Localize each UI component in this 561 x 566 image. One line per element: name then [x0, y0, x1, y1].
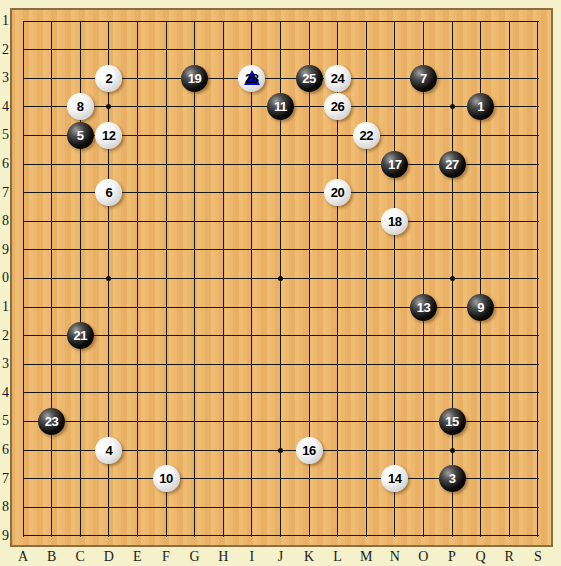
- move-number: 21: [73, 328, 86, 343]
- column-label: I: [242, 549, 262, 564]
- stone-white-22-M5: 22: [353, 122, 380, 149]
- stone-white-12-D5: 12: [95, 122, 122, 149]
- move-number: 12: [102, 128, 115, 143]
- move-number: 8: [77, 99, 84, 114]
- move-number: 6: [105, 185, 112, 200]
- stone-white-4-D16: 4: [95, 437, 122, 464]
- grid-line-horizontal: [23, 21, 539, 22]
- grid-line-vertical: [537, 21, 538, 537]
- stone-black-15-P15: 15: [439, 408, 466, 435]
- grid-line-horizontal: [23, 49, 539, 50]
- grid-line-vertical: [223, 21, 224, 537]
- row-label: 3: [0, 70, 11, 86]
- row-label: 8: [0, 213, 11, 229]
- row-label: 8: [0, 499, 11, 515]
- column-label: C: [70, 549, 90, 564]
- row-label: 1: [0, 13, 11, 29]
- column-label: A: [13, 549, 33, 564]
- column-label: K: [299, 549, 319, 564]
- stone-black-21-C12: 21: [67, 322, 94, 349]
- star-point: [450, 104, 455, 109]
- column-label: G: [185, 549, 205, 564]
- row-label: 1: [0, 299, 11, 315]
- move-number: 16: [302, 443, 315, 458]
- stone-white-8-C4: 8: [67, 93, 94, 120]
- stone-black-17-N6: 17: [381, 151, 408, 178]
- stone-black-25-K3: 25: [296, 65, 323, 92]
- row-label: 5: [0, 413, 11, 429]
- column-label: Q: [471, 549, 491, 564]
- stone-black-7-O3: 7: [410, 65, 437, 92]
- grid-line-vertical: [166, 21, 167, 537]
- stone-white-24-L3: 24: [324, 65, 351, 92]
- row-label: 7: [0, 185, 11, 201]
- star-point: [278, 448, 283, 453]
- column-label: R: [499, 549, 519, 564]
- grid-line-horizontal: [23, 335, 539, 336]
- move-number: 7: [420, 71, 427, 86]
- stone-white-2-D3: 2: [95, 65, 122, 92]
- row-label: 6: [0, 442, 11, 458]
- move-number: 4: [105, 443, 112, 458]
- grid-line-vertical: [194, 21, 195, 537]
- grid-line-vertical: [509, 21, 510, 537]
- row-label: 6: [0, 156, 11, 172]
- column-label: S: [528, 549, 548, 564]
- column-label: P: [442, 549, 462, 564]
- row-label: 2: [0, 42, 11, 58]
- column-label: L: [328, 549, 348, 564]
- column-label: B: [42, 549, 62, 564]
- row-label: 5: [0, 127, 11, 143]
- move-number: 5: [77, 128, 84, 143]
- column-label: O: [413, 549, 433, 564]
- column-label: E: [127, 549, 147, 564]
- column-label: F: [156, 549, 176, 564]
- stone-black-27-P6: 27: [439, 151, 466, 178]
- move-number: 22: [359, 128, 372, 143]
- grid-line-vertical: [137, 21, 138, 537]
- stone-white-28-I3: 28: [238, 65, 265, 92]
- row-label: 9: [0, 528, 11, 544]
- move-number: 13: [417, 300, 430, 315]
- move-number: 20: [331, 185, 344, 200]
- grid-line-horizontal: [23, 364, 539, 365]
- column-label: D: [99, 549, 119, 564]
- move-number: 9: [477, 300, 484, 315]
- grid-line-horizontal: [23, 221, 539, 222]
- move-number: 17: [388, 157, 401, 172]
- grid-line-horizontal: [23, 535, 539, 536]
- grid-line-vertical: [423, 21, 424, 537]
- grid-line-horizontal: [23, 307, 539, 308]
- stone-white-18-N8: 18: [381, 208, 408, 235]
- row-label: 7: [0, 471, 11, 487]
- row-label: 4: [0, 99, 11, 115]
- grid-line-vertical: [366, 21, 367, 537]
- move-number: 18: [388, 214, 401, 229]
- row-label: 9: [0, 242, 11, 258]
- stone-black-3-P17: 3: [439, 465, 466, 492]
- move-number: 3: [449, 471, 456, 486]
- stone-black-9-Q11: 9: [467, 294, 494, 321]
- column-label: M: [356, 549, 376, 564]
- star-point: [278, 276, 283, 281]
- move-number: 10: [159, 471, 172, 486]
- stone-black-19-G3: 19: [181, 65, 208, 92]
- star-point: [450, 276, 455, 281]
- grid-line-vertical: [23, 21, 24, 537]
- row-label: 3: [0, 356, 11, 372]
- column-label: H: [213, 549, 233, 564]
- move-number: 2: [105, 71, 112, 86]
- stone-white-10-F17: 10: [153, 465, 180, 492]
- move-number: 19: [188, 71, 201, 86]
- column-label: N: [385, 549, 405, 564]
- row-label: 4: [0, 385, 11, 401]
- stone-black-5-C5: 5: [67, 122, 94, 149]
- grid-line-horizontal: [23, 392, 539, 393]
- grid-line-vertical: [51, 21, 52, 537]
- grid-line-horizontal: [23, 249, 539, 250]
- move-number: 1: [477, 99, 484, 114]
- stone-white-20-L7: 20: [324, 179, 351, 206]
- row-label: 2: [0, 328, 11, 344]
- stone-black-23-B15: 23: [38, 408, 65, 435]
- star-point: [450, 448, 455, 453]
- move-number: 11: [274, 99, 287, 114]
- go-diagram-window: 1234567890123456789 ABCDEFGHIJKLMNOPQRS …: [0, 0, 561, 566]
- grid-line-vertical: [251, 21, 252, 537]
- move-number: 14: [388, 471, 401, 486]
- move-number: 23: [45, 414, 58, 429]
- column-label: J: [270, 549, 290, 564]
- move-number: 24: [331, 71, 344, 86]
- row-label: 0: [0, 270, 11, 286]
- move-number: 28: [245, 71, 258, 86]
- move-number: 15: [445, 414, 458, 429]
- grid-line-horizontal: [23, 507, 539, 508]
- move-number: 26: [331, 99, 344, 114]
- grid-line-vertical: [394, 21, 395, 537]
- stone-white-16-K16: 16: [296, 437, 323, 464]
- stone-black-13-O11: 13: [410, 294, 437, 321]
- move-number: 27: [445, 157, 458, 172]
- move-number: 25: [302, 71, 315, 86]
- stone-black-11-J4: 11: [267, 93, 294, 120]
